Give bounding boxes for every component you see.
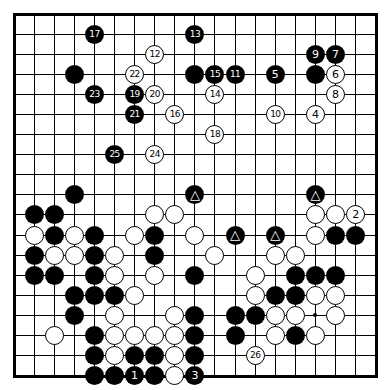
board-cell[interactable] <box>305 265 325 285</box>
board-cell[interactable] <box>44 305 64 325</box>
board-cell[interactable] <box>165 225 185 245</box>
board-cell[interactable] <box>245 285 265 305</box>
board-cell[interactable] <box>165 4 185 24</box>
board-cell[interactable] <box>84 285 104 305</box>
board-cell[interactable] <box>305 225 325 245</box>
board-cell[interactable] <box>24 305 44 325</box>
board-cell[interactable] <box>305 305 325 325</box>
board-cell[interactable] <box>64 265 84 285</box>
board-cell[interactable] <box>145 4 165 24</box>
board-cell[interactable] <box>24 265 44 285</box>
board-cell[interactable] <box>104 225 124 245</box>
board-cell[interactable] <box>366 366 386 386</box>
board-cell[interactable] <box>366 326 386 346</box>
board-cell[interactable] <box>366 4 386 24</box>
board-cell[interactable] <box>84 185 104 205</box>
board-cell[interactable] <box>265 145 285 165</box>
board-cell[interactable] <box>205 44 225 64</box>
board-cell[interactable] <box>346 305 366 325</box>
board-cell[interactable] <box>225 285 245 305</box>
board-cell[interactable]: 2 <box>346 205 366 225</box>
board-cell[interactable] <box>225 346 245 366</box>
board-cell[interactable] <box>205 165 225 185</box>
board-cell[interactable] <box>44 125 64 145</box>
board-cell[interactable] <box>285 185 305 205</box>
board-cell[interactable] <box>84 165 104 185</box>
board-cell[interactable] <box>225 366 245 386</box>
board-cell[interactable] <box>366 44 386 64</box>
board-cell[interactable] <box>285 4 305 24</box>
board-cell[interactable] <box>104 326 124 346</box>
board-cell[interactable] <box>366 64 386 84</box>
board-cell[interactable] <box>305 24 325 44</box>
board-cell[interactable] <box>366 346 386 366</box>
board-cell[interactable] <box>265 185 285 205</box>
board-cell[interactable] <box>346 366 366 386</box>
board-cell[interactable] <box>185 305 205 325</box>
board-cell[interactable] <box>205 285 225 305</box>
board-cell[interactable] <box>84 4 104 24</box>
board-cell[interactable] <box>24 125 44 145</box>
board-cell[interactable]: 15 <box>205 64 225 84</box>
board-cell[interactable] <box>326 145 346 165</box>
board-cell[interactable]: 19 <box>125 84 145 104</box>
board-cell[interactable] <box>44 205 64 225</box>
board-cell[interactable] <box>44 346 64 366</box>
board-cell[interactable]: 13 <box>185 24 205 44</box>
board-cell[interactable] <box>265 326 285 346</box>
board-cell[interactable] <box>84 245 104 265</box>
board-cell[interactable] <box>185 265 205 285</box>
board-cell[interactable] <box>366 165 386 185</box>
board-cell[interactable] <box>265 305 285 325</box>
board-cell[interactable]: 25 <box>104 145 124 165</box>
board-cell[interactable] <box>225 265 245 285</box>
board-cell[interactable] <box>205 225 225 245</box>
board-cell[interactable] <box>4 225 24 245</box>
board-cell[interactable] <box>165 265 185 285</box>
board-cell[interactable] <box>326 326 346 346</box>
board-cell[interactable]: 14 <box>205 84 225 104</box>
board-cell[interactable] <box>24 326 44 346</box>
board-cell[interactable] <box>185 245 205 265</box>
board-cell[interactable] <box>285 125 305 145</box>
board-cell[interactable] <box>326 165 346 185</box>
board-cell[interactable] <box>24 64 44 84</box>
board-cell[interactable] <box>305 64 325 84</box>
board-cell[interactable] <box>104 205 124 225</box>
board-cell[interactable] <box>104 125 124 145</box>
board-cell[interactable] <box>326 24 346 44</box>
board-cell[interactable] <box>285 225 305 245</box>
board-cell[interactable]: 20 <box>145 84 165 104</box>
board-cell[interactable]: 22 <box>125 64 145 84</box>
board-cell[interactable] <box>305 4 325 24</box>
board-cell[interactable] <box>104 366 124 386</box>
board-cell[interactable]: 21 <box>125 104 145 124</box>
board-cell[interactable] <box>245 125 265 145</box>
board-cell[interactable] <box>265 24 285 44</box>
board-cell[interactable] <box>64 245 84 265</box>
board-cell[interactable] <box>185 165 205 185</box>
board-cell[interactable] <box>285 265 305 285</box>
board-cell[interactable]: 5 <box>265 64 285 84</box>
board-cell[interactable] <box>64 366 84 386</box>
board-cell[interactable] <box>305 145 325 165</box>
board-cell[interactable] <box>145 285 165 305</box>
board-cell[interactable] <box>326 4 346 24</box>
board-cell[interactable] <box>24 346 44 366</box>
board-cell[interactable] <box>64 24 84 44</box>
board-cell[interactable] <box>305 326 325 346</box>
board-cell[interactable] <box>265 285 285 305</box>
board-cell[interactable] <box>24 185 44 205</box>
board-cell[interactable]: 17 <box>84 24 104 44</box>
board-cell[interactable] <box>225 44 245 64</box>
board-cell[interactable] <box>165 145 185 165</box>
board-cell[interactable] <box>84 305 104 325</box>
board-cell[interactable] <box>225 326 245 346</box>
board-cell[interactable] <box>205 205 225 225</box>
board-cell[interactable] <box>285 145 305 165</box>
board-cell[interactable] <box>24 165 44 185</box>
board-cell[interactable] <box>145 64 165 84</box>
board-cell[interactable] <box>104 64 124 84</box>
board-cell[interactable] <box>145 165 165 185</box>
board-cell[interactable] <box>64 285 84 305</box>
board-cell[interactable] <box>64 125 84 145</box>
board-cell[interactable] <box>346 4 366 24</box>
board-cell[interactable]: 3 <box>185 366 205 386</box>
board-cell[interactable]: 1 <box>125 366 145 386</box>
board-cell[interactable] <box>104 165 124 185</box>
board-cell[interactable] <box>84 145 104 165</box>
board-cell[interactable] <box>125 185 145 205</box>
board-cell[interactable] <box>205 305 225 325</box>
board-cell[interactable] <box>104 84 124 104</box>
board-cell[interactable] <box>24 225 44 245</box>
board-cell[interactable] <box>125 225 145 245</box>
board-cell[interactable] <box>125 145 145 165</box>
board-cell[interactable] <box>185 84 205 104</box>
board-cell[interactable] <box>64 305 84 325</box>
board-cell[interactable] <box>366 185 386 205</box>
board-cell[interactable] <box>125 44 145 64</box>
board-cell[interactable] <box>4 346 24 366</box>
board-cell[interactable] <box>4 245 24 265</box>
board-cell[interactable] <box>145 346 165 366</box>
board-cell[interactable] <box>366 104 386 124</box>
board-cell[interactable] <box>245 245 265 265</box>
board-cell[interactable] <box>4 185 24 205</box>
board-cell[interactable] <box>185 225 205 245</box>
board-cell[interactable] <box>4 165 24 185</box>
board-cell[interactable] <box>104 346 124 366</box>
board-cell[interactable] <box>225 24 245 44</box>
board-cell[interactable] <box>24 24 44 44</box>
board-cell[interactable] <box>326 265 346 285</box>
board-cell[interactable] <box>346 125 366 145</box>
board-cell[interactable] <box>285 205 305 225</box>
board-cell[interactable] <box>84 104 104 124</box>
board-cell[interactable] <box>366 24 386 44</box>
board-cell[interactable] <box>245 104 265 124</box>
board-cell[interactable]: △ <box>265 225 285 245</box>
board-cell[interactable] <box>44 4 64 24</box>
board-cell[interactable] <box>145 265 165 285</box>
board-cell[interactable] <box>285 44 305 64</box>
board-cell[interactable] <box>165 305 185 325</box>
board-cell[interactable] <box>265 84 285 104</box>
board-cell[interactable] <box>4 44 24 64</box>
board-cell[interactable] <box>265 366 285 386</box>
board-cell[interactable] <box>185 326 205 346</box>
board-cell[interactable] <box>145 205 165 225</box>
board-cell[interactable] <box>205 326 225 346</box>
board-cell[interactable] <box>346 285 366 305</box>
board-cell[interactable] <box>125 326 145 346</box>
board-cell[interactable] <box>326 185 346 205</box>
board-cell[interactable] <box>4 265 24 285</box>
board-cell[interactable]: 16 <box>165 104 185 124</box>
board-cell[interactable] <box>346 165 366 185</box>
board-cell[interactable] <box>265 4 285 24</box>
board-cell[interactable] <box>84 346 104 366</box>
board-cell[interactable] <box>44 24 64 44</box>
board-cell[interactable] <box>225 125 245 145</box>
board-cell[interactable] <box>205 245 225 265</box>
board-cell[interactable] <box>145 366 165 386</box>
board-cell[interactable] <box>326 305 346 325</box>
board-cell[interactable] <box>165 245 185 265</box>
board-cell[interactable] <box>44 265 64 285</box>
board-cell[interactable] <box>104 44 124 64</box>
board-cell[interactable] <box>24 205 44 225</box>
board-cell[interactable] <box>64 44 84 64</box>
board-cell[interactable] <box>24 366 44 386</box>
board-cell[interactable] <box>125 4 145 24</box>
board-cell[interactable]: △ <box>225 225 245 245</box>
board-cell[interactable] <box>225 245 245 265</box>
board-cell[interactable] <box>84 64 104 84</box>
board-cell[interactable] <box>366 245 386 265</box>
board-cell[interactable] <box>245 366 265 386</box>
board-cell[interactable] <box>165 24 185 44</box>
board-cell[interactable] <box>185 4 205 24</box>
board-cell[interactable] <box>245 44 265 64</box>
board-cell[interactable] <box>104 285 124 305</box>
board-cell[interactable]: 9 <box>305 44 325 64</box>
board-cell[interactable] <box>84 44 104 64</box>
board-cell[interactable] <box>326 125 346 145</box>
board-cell[interactable] <box>245 165 265 185</box>
board-cell[interactable] <box>346 245 366 265</box>
board-cell[interactable] <box>326 346 346 366</box>
board-cell[interactable] <box>285 245 305 265</box>
board-cell[interactable] <box>326 104 346 124</box>
board-cell[interactable] <box>84 125 104 145</box>
board-cell[interactable] <box>225 145 245 165</box>
board-cell[interactable] <box>84 366 104 386</box>
board-cell[interactable] <box>326 245 346 265</box>
board-cell[interactable] <box>366 265 386 285</box>
board-cell[interactable]: 26 <box>245 346 265 366</box>
board-cell[interactable]: 10 <box>265 104 285 124</box>
board-cell[interactable] <box>125 305 145 325</box>
board-cell[interactable] <box>4 84 24 104</box>
board-cell[interactable] <box>265 44 285 64</box>
board-cell[interactable] <box>145 225 165 245</box>
board-cell[interactable] <box>64 4 84 24</box>
board-cell[interactable] <box>225 305 245 325</box>
board-cell[interactable] <box>346 64 366 84</box>
board-cell[interactable] <box>245 24 265 44</box>
board-cell[interactable] <box>346 24 366 44</box>
board-cell[interactable] <box>4 305 24 325</box>
board-cell[interactable] <box>265 346 285 366</box>
board-cell[interactable] <box>64 64 84 84</box>
board-cell[interactable] <box>265 245 285 265</box>
board-cell[interactable] <box>165 125 185 145</box>
board-cell[interactable] <box>104 245 124 265</box>
board-cell[interactable] <box>125 245 145 265</box>
board-cell[interactable] <box>205 185 225 205</box>
board-cell[interactable] <box>64 165 84 185</box>
board-cell[interactable] <box>205 145 225 165</box>
board-cell[interactable] <box>346 84 366 104</box>
board-cell[interactable] <box>125 125 145 145</box>
board-cell[interactable] <box>245 185 265 205</box>
board-cell[interactable] <box>326 225 346 245</box>
board-cell[interactable] <box>305 366 325 386</box>
board-cell[interactable] <box>225 84 245 104</box>
board-cell[interactable] <box>245 326 265 346</box>
board-cell[interactable] <box>4 366 24 386</box>
board-cell[interactable] <box>185 125 205 145</box>
board-cell[interactable] <box>185 44 205 64</box>
board-cell[interactable] <box>44 245 64 265</box>
board-cell[interactable] <box>346 326 366 346</box>
board-cell[interactable] <box>245 4 265 24</box>
board-cell[interactable] <box>185 346 205 366</box>
board-cell[interactable] <box>346 104 366 124</box>
board-cell[interactable] <box>346 346 366 366</box>
board-cell[interactable] <box>24 44 44 64</box>
board-cell[interactable] <box>84 265 104 285</box>
board-cell[interactable] <box>305 205 325 225</box>
board-cell[interactable] <box>285 326 305 346</box>
board-cell[interactable] <box>165 205 185 225</box>
board-cell[interactable] <box>366 145 386 165</box>
board-cell[interactable] <box>165 84 185 104</box>
board-cell[interactable] <box>185 205 205 225</box>
board-cell[interactable] <box>64 205 84 225</box>
board-cell[interactable] <box>285 285 305 305</box>
board-cell[interactable] <box>4 205 24 225</box>
board-cell[interactable] <box>265 165 285 185</box>
board-cell[interactable] <box>4 285 24 305</box>
board-cell[interactable] <box>346 44 366 64</box>
board-cell[interactable] <box>245 64 265 84</box>
board-cell[interactable] <box>285 104 305 124</box>
board-cell[interactable] <box>104 4 124 24</box>
board-cell[interactable] <box>265 205 285 225</box>
board-cell[interactable] <box>165 285 185 305</box>
board-cell[interactable] <box>366 84 386 104</box>
board-cell[interactable] <box>4 24 24 44</box>
board-cell[interactable] <box>104 24 124 44</box>
board-cell[interactable]: △ <box>305 185 325 205</box>
board-cell[interactable] <box>165 326 185 346</box>
board-cell[interactable] <box>4 125 24 145</box>
board-cell[interactable]: 23 <box>84 84 104 104</box>
board-cell[interactable] <box>125 165 145 185</box>
board-cell[interactable] <box>104 104 124 124</box>
board-cell[interactable] <box>64 326 84 346</box>
board-cell[interactable] <box>64 225 84 245</box>
board-cell[interactable] <box>24 4 44 24</box>
board-cell[interactable] <box>305 245 325 265</box>
board-cell[interactable] <box>305 165 325 185</box>
board-cell[interactable] <box>225 165 245 185</box>
board-cell[interactable] <box>366 205 386 225</box>
board-cell[interactable] <box>185 285 205 305</box>
board-cell[interactable] <box>165 165 185 185</box>
board-cell[interactable] <box>205 104 225 124</box>
board-cell[interactable] <box>245 225 265 245</box>
board-cell[interactable] <box>285 24 305 44</box>
board-cell[interactable] <box>145 24 165 44</box>
board-cell[interactable] <box>64 185 84 205</box>
board-cell[interactable] <box>145 326 165 346</box>
board-cell[interactable] <box>145 125 165 145</box>
board-cell[interactable]: 8 <box>326 84 346 104</box>
board-cell[interactable] <box>205 265 225 285</box>
board-cell[interactable] <box>245 265 265 285</box>
board-cell[interactable]: △ <box>185 185 205 205</box>
board-cell[interactable] <box>165 185 185 205</box>
board-cell[interactable] <box>145 185 165 205</box>
board-cell[interactable] <box>44 366 64 386</box>
board-cell[interactable] <box>305 285 325 305</box>
board-cell[interactable] <box>305 84 325 104</box>
board-cell[interactable] <box>366 225 386 245</box>
board-cell[interactable] <box>145 305 165 325</box>
board-cell[interactable] <box>84 326 104 346</box>
board-cell[interactable] <box>104 305 124 325</box>
board-cell[interactable] <box>165 44 185 64</box>
board-cell[interactable] <box>285 64 305 84</box>
board-cell[interactable] <box>4 326 24 346</box>
board-cell[interactable] <box>145 104 165 124</box>
board-cell[interactable] <box>245 145 265 165</box>
board-cell[interactable] <box>285 305 305 325</box>
board-cell[interactable] <box>185 104 205 124</box>
board-cell[interactable] <box>64 145 84 165</box>
board-cell[interactable] <box>225 185 245 205</box>
board-cell[interactable] <box>225 4 245 24</box>
board-cell[interactable]: 12 <box>145 44 165 64</box>
board-cell[interactable] <box>245 84 265 104</box>
board-cell[interactable]: 7 <box>326 44 346 64</box>
board-cell[interactable] <box>4 104 24 124</box>
board-cell[interactable] <box>205 24 225 44</box>
board-cell[interactable] <box>305 346 325 366</box>
board-cell[interactable] <box>145 245 165 265</box>
board-cell[interactable] <box>265 265 285 285</box>
board-cell[interactable]: 11 <box>225 64 245 84</box>
board-cell[interactable] <box>24 285 44 305</box>
